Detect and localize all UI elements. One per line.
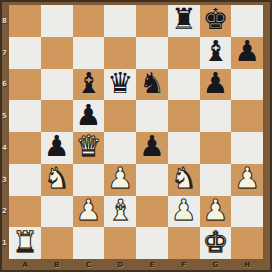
square-c8[interactable] [73, 5, 105, 37]
square-c3[interactable] [73, 164, 105, 196]
square-b7[interactable] [41, 37, 73, 69]
white-pawn[interactable]: ♟ [202, 196, 228, 225]
square-b2[interactable] [41, 196, 73, 228]
square-c2[interactable]: ♟ [73, 196, 105, 228]
square-b3[interactable]: ♞ [41, 164, 73, 196]
square-b8[interactable] [41, 5, 73, 37]
square-a1[interactable]: ♜ [9, 227, 41, 259]
black-pawn[interactable]: ♟ [75, 101, 101, 130]
square-a4[interactable] [9, 132, 41, 164]
square-e7[interactable] [136, 37, 168, 69]
square-b1[interactable] [41, 227, 73, 259]
file-labels: ABCDEFGH [9, 259, 263, 270]
square-e1[interactable] [136, 227, 168, 259]
square-c7[interactable] [73, 37, 105, 69]
white-pawn[interactable]: ♟ [234, 164, 260, 193]
white-pawn[interactable]: ♟ [171, 196, 197, 225]
square-f2[interactable]: ♟ [168, 196, 200, 228]
square-g7[interactable]: ♝ [200, 37, 232, 69]
square-f7[interactable] [168, 37, 200, 69]
square-d7[interactable] [104, 37, 136, 69]
square-b5[interactable] [41, 100, 73, 132]
square-a8[interactable] [9, 5, 41, 37]
rank-label-8: 8 [0, 5, 9, 37]
file-label-f: F [168, 259, 200, 270]
file-label-a: A [9, 259, 41, 270]
rank-label-5: 5 [0, 100, 9, 132]
square-f1[interactable] [168, 227, 200, 259]
square-f6[interactable] [168, 69, 200, 101]
square-d8[interactable] [104, 5, 136, 37]
square-d1[interactable] [104, 227, 136, 259]
square-e6[interactable]: ♞ [136, 69, 168, 101]
black-knight[interactable]: ♞ [139, 69, 165, 98]
square-d4[interactable] [104, 132, 136, 164]
square-c5[interactable]: ♟ [73, 100, 105, 132]
square-c1[interactable] [73, 227, 105, 259]
white-king[interactable]: ♚ [202, 228, 228, 257]
white-knight[interactable]: ♞ [171, 164, 197, 193]
square-e4[interactable]: ♟ [136, 132, 168, 164]
rank-label-6: 6 [0, 69, 9, 101]
white-pawn[interactable]: ♟ [75, 196, 101, 225]
white-knight[interactable]: ♞ [44, 164, 70, 193]
white-pawn[interactable]: ♟ [107, 164, 133, 193]
rank-label-2: 2 [0, 196, 9, 228]
black-pawn[interactable]: ♟ [234, 37, 260, 66]
square-a7[interactable] [9, 37, 41, 69]
square-h1[interactable] [231, 227, 263, 259]
square-b4[interactable]: ♟ [41, 132, 73, 164]
square-g2[interactable]: ♟ [200, 196, 232, 228]
square-g8[interactable]: ♚ [200, 5, 232, 37]
rank-labels: 87654321 [0, 5, 9, 259]
rank-label-7: 7 [0, 37, 9, 69]
rank-label-4: 4 [0, 132, 9, 164]
file-label-d: D [104, 259, 136, 270]
square-e3[interactable] [136, 164, 168, 196]
black-bishop[interactable]: ♝ [202, 37, 228, 66]
square-a3[interactable] [9, 164, 41, 196]
square-d6[interactable]: ♛ [104, 69, 136, 101]
chess-board[interactable]: ♜♚♝♟♝♛♞♟♟♟♛♟♞♟♞♟♟♝♟♟♜♚ [9, 5, 263, 259]
file-label-c: C [73, 259, 105, 270]
square-a5[interactable] [9, 100, 41, 132]
chess-board-frame: 87654321 ♜♚♝♟♝♛♞♟♟♟♛♟♞♟♞♟♟♝♟♟♜♚ ABCDEFGH [0, 0, 272, 272]
square-c4[interactable]: ♛ [73, 132, 105, 164]
square-h5[interactable] [231, 100, 263, 132]
file-label-h: H [231, 259, 263, 270]
rank-label-3: 3 [0, 164, 9, 196]
file-label-e: E [136, 259, 168, 270]
black-rook[interactable]: ♜ [171, 5, 197, 34]
square-g5[interactable] [200, 100, 232, 132]
black-pawn[interactable]: ♟ [139, 132, 165, 161]
square-b6[interactable] [41, 69, 73, 101]
rank-label-1: 1 [0, 227, 9, 259]
white-rook[interactable]: ♜ [12, 228, 38, 257]
black-pawn[interactable]: ♟ [202, 69, 228, 98]
file-label-g: G [200, 259, 232, 270]
square-e2[interactable] [136, 196, 168, 228]
square-h2[interactable] [231, 196, 263, 228]
square-g6[interactable]: ♟ [200, 69, 232, 101]
black-pawn[interactable]: ♟ [44, 132, 70, 161]
square-c6[interactable]: ♝ [73, 69, 105, 101]
black-queen[interactable]: ♛ [107, 69, 133, 98]
square-h7[interactable]: ♟ [231, 37, 263, 69]
square-h8[interactable] [231, 5, 263, 37]
square-h3[interactable]: ♟ [231, 164, 263, 196]
square-g1[interactable]: ♚ [200, 227, 232, 259]
square-e5[interactable] [136, 100, 168, 132]
square-g4[interactable] [200, 132, 232, 164]
square-a2[interactable] [9, 196, 41, 228]
square-d2[interactable]: ♝ [104, 196, 136, 228]
white-bishop[interactable]: ♝ [107, 196, 133, 225]
square-g3[interactable] [200, 164, 232, 196]
square-f5[interactable] [168, 100, 200, 132]
square-d5[interactable] [104, 100, 136, 132]
square-f3[interactable]: ♞ [168, 164, 200, 196]
white-queen[interactable]: ♛ [75, 132, 101, 161]
black-king[interactable]: ♚ [202, 5, 228, 34]
file-label-b: B [41, 259, 73, 270]
square-h6[interactable] [231, 69, 263, 101]
square-h4[interactable] [231, 132, 263, 164]
square-d3[interactable]: ♟ [104, 164, 136, 196]
square-a6[interactable] [9, 69, 41, 101]
black-bishop[interactable]: ♝ [75, 69, 101, 98]
square-f4[interactable] [168, 132, 200, 164]
square-f8[interactable]: ♜ [168, 5, 200, 37]
square-e8[interactable] [136, 5, 168, 37]
